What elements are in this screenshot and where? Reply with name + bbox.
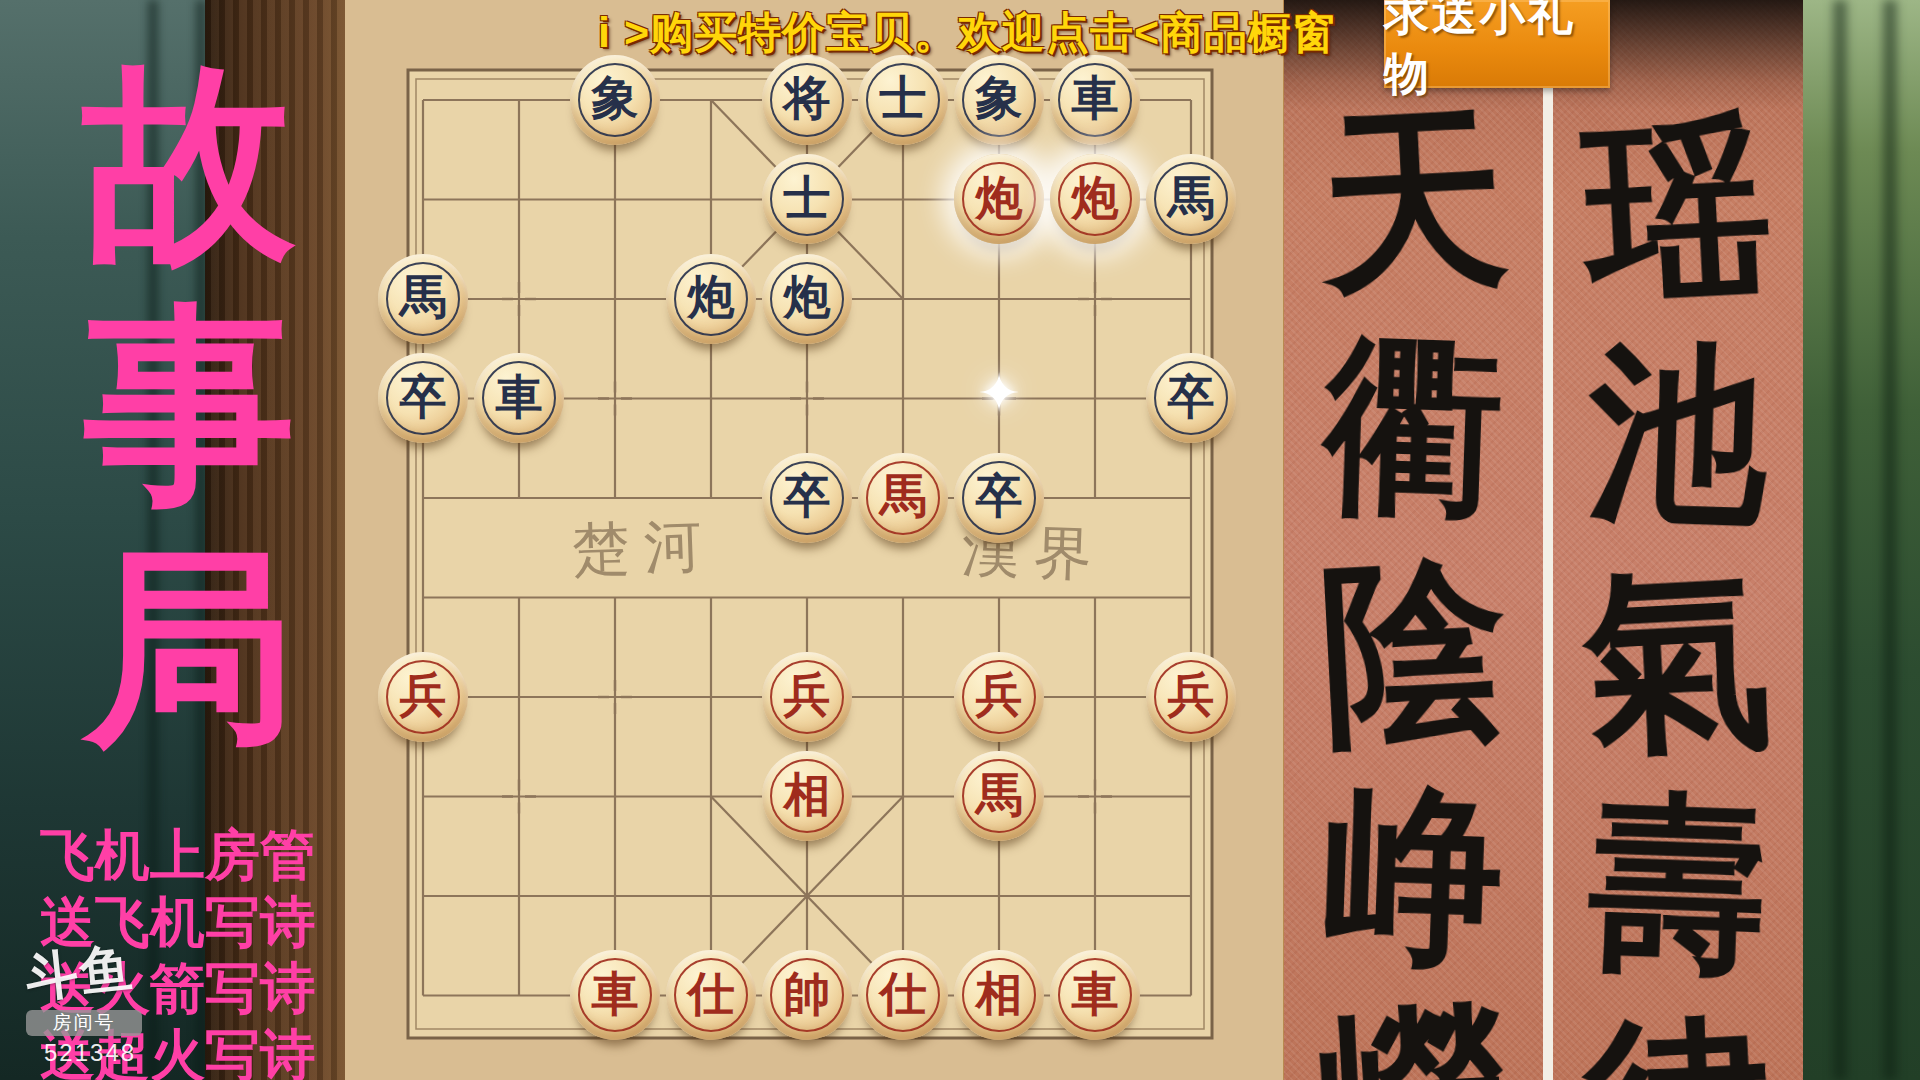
title-char: 故 (82, 40, 297, 283)
background-right-blur (1803, 0, 1920, 1080)
piece-glyph: 相 (784, 771, 831, 818)
piece-black-chariot[interactable]: 車 (474, 353, 564, 443)
piece-glyph: 馬 (400, 273, 447, 320)
calligraphy-char: 瑶 (1570, 82, 1786, 335)
piece-red-soldier[interactable]: 兵 (378, 652, 468, 742)
shop-banner-text: i >购买特价宝贝。欢迎点击<商品橱窗 (598, 4, 1336, 62)
piece-red-soldier[interactable]: 兵 (1146, 652, 1236, 742)
piece-glyph: 車 (1072, 970, 1119, 1017)
calligraphy-char: 池 (1576, 312, 1780, 555)
background-seam (1883, 0, 1897, 1080)
piece-glyph: 炮 (976, 174, 1023, 221)
board-grid[interactable]: 象将士象車士炮炮馬馬炮炮卒車卒卒馬卒兵兵兵兵相馬車仕帥仕相車 (375, 50, 1239, 1045)
scroll-separator (1543, 0, 1553, 1080)
piece-glyph: 車 (496, 373, 543, 420)
calligraphy-char: 嶸 (1305, 974, 1521, 1080)
piece-black-chariot[interactable]: 車 (1050, 55, 1140, 145)
piece-red-soldier[interactable]: 兵 (954, 652, 1044, 742)
room-number: 521348 (26, 1039, 142, 1067)
piece-red-cannon[interactable]: 炮 (954, 154, 1044, 244)
piece-glyph: 仕 (688, 970, 735, 1017)
request-gift-button-label: 求送小礼物 (1384, 0, 1610, 104)
cursor-sparkle-icon: ✦ (966, 360, 1032, 426)
piece-glyph: 卒 (976, 472, 1023, 519)
piece-black-soldier[interactable]: 卒 (762, 453, 852, 543)
piece-glyph: 卒 (784, 472, 831, 519)
room-label: 房间号 (26, 1010, 142, 1036)
calligraphy-scroll-right: 瑶池氣壽律 (1553, 0, 1803, 1080)
piece-red-soldier[interactable]: 兵 (762, 652, 852, 742)
title-char: 事 (82, 283, 297, 526)
piece-glyph: 士 (880, 74, 927, 121)
piece-red-horse[interactable]: 馬 (954, 751, 1044, 841)
piece-red-advisor[interactable]: 仕 (666, 950, 756, 1040)
piece-black-cannon[interactable]: 炮 (762, 254, 852, 344)
piece-glyph: 卒 (1168, 373, 1215, 420)
piece-red-advisor[interactable]: 仕 (858, 950, 948, 1040)
title-char: 局 (82, 526, 297, 769)
piece-glyph: 卒 (400, 373, 447, 420)
piece-glyph: 兵 (1168, 671, 1215, 718)
piece-glyph: 兵 (400, 671, 447, 718)
piece-red-cannon[interactable]: 炮 (1050, 154, 1140, 244)
piece-black-elephant[interactable]: 象 (954, 55, 1044, 145)
piece-black-soldier[interactable]: 卒 (378, 353, 468, 443)
stream-screen: { "game": "xiangqi", "position": { "fen"… (0, 0, 1920, 1080)
piece-glyph: 炮 (784, 273, 831, 320)
piece-red-elephant[interactable]: 相 (954, 950, 1044, 1040)
piece-black-horse[interactable]: 馬 (378, 254, 468, 344)
background-seam (1833, 0, 1847, 1080)
piece-black-soldier[interactable]: 卒 (954, 453, 1044, 543)
piece-glyph: 炮 (688, 273, 735, 320)
piece-red-elephant[interactable]: 相 (762, 751, 852, 841)
calligraphy-text: 瑶池氣壽律 (1578, 96, 1778, 1080)
piece-glyph: 兵 (784, 671, 831, 718)
calligraphy-char: 衢 (1311, 304, 1515, 547)
piece-glyph: 馬 (880, 472, 927, 519)
calligraphy-char: 峥 (1311, 754, 1515, 997)
calligraphy-char: 壽 (1576, 762, 1780, 1005)
calligraphy-char: 律 (1570, 982, 1786, 1080)
piece-black-elephant[interactable]: 象 (570, 55, 660, 145)
piece-black-general[interactable]: 将 (762, 55, 852, 145)
piece-glyph: 将 (784, 74, 831, 121)
calligraphy-text: 天衢陰峥嶸 (1314, 88, 1514, 1080)
piece-glyph: 馬 (1168, 174, 1215, 221)
calligraphy-char: 天 (1305, 74, 1521, 327)
streamer-vertical-title: 故事局 (82, 40, 297, 769)
piece-glyph: 炮 (1072, 174, 1119, 221)
piece-glyph: 車 (592, 970, 639, 1017)
request-gift-button[interactable]: 求送小礼物 (1384, 0, 1610, 88)
piece-black-cannon[interactable]: 炮 (666, 254, 756, 344)
piece-black-advisor[interactable]: 士 (762, 154, 852, 244)
piece-red-general[interactable]: 帥 (762, 950, 852, 1040)
piece-glyph: 士 (784, 174, 831, 221)
piece-red-chariot[interactable]: 車 (1050, 950, 1140, 1040)
piece-black-soldier[interactable]: 卒 (1146, 353, 1236, 443)
piece-glyph: 馬 (976, 771, 1023, 818)
piece-red-horse[interactable]: 馬 (858, 453, 948, 543)
piece-red-chariot[interactable]: 車 (570, 950, 660, 1040)
calligraphy-char: 氣 (1570, 532, 1786, 785)
douyu-watermark: 斗鱼 房间号 521348 (26, 938, 142, 1067)
piece-black-advisor[interactable]: 士 (858, 55, 948, 145)
piece-glyph: 象 (592, 74, 639, 121)
piece-glyph: 仕 (880, 970, 927, 1017)
douyu-logo: 斗鱼 (23, 932, 146, 1014)
piece-glyph: 象 (976, 74, 1023, 121)
piece-black-horse[interactable]: 馬 (1146, 154, 1236, 244)
calligraphy-char: 陰 (1305, 524, 1521, 777)
piece-glyph: 帥 (784, 970, 831, 1017)
gift-line: 飞机上房管 (40, 822, 315, 889)
calligraphy-scroll-left: 天衢陰峥嶸 (1284, 0, 1543, 1080)
piece-glyph: 相 (976, 970, 1023, 1017)
piece-glyph: 車 (1072, 74, 1119, 121)
piece-glyph: 兵 (976, 671, 1023, 718)
